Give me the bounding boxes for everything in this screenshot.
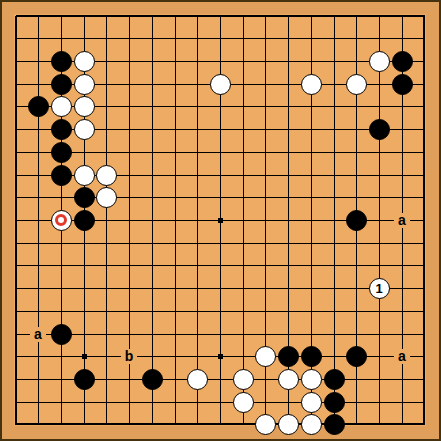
black-stone [392, 51, 413, 72]
board-letter-label: b [121, 349, 137, 364]
white-stone [346, 74, 367, 95]
white-stone [301, 369, 322, 390]
black-stone [142, 369, 163, 390]
board-margin [2, 2, 441, 14]
white-stone [187, 369, 208, 390]
black-stone [51, 142, 72, 163]
black-stone [278, 346, 299, 367]
grid-hline [16, 243, 425, 244]
black-stone [51, 165, 72, 186]
black-stone [74, 210, 95, 231]
white-stone [255, 346, 276, 367]
grid-vline [334, 16, 335, 425]
black-stone [51, 119, 72, 140]
white-stone [74, 51, 95, 72]
board-letter-label: a [394, 213, 410, 228]
star-point [218, 218, 223, 223]
black-stone [74, 187, 95, 208]
grid-hline [16, 334, 425, 335]
go-board: 1aaab [0, 0, 441, 441]
black-stone [74, 369, 95, 390]
white-stone [278, 414, 299, 435]
black-stone [392, 74, 413, 95]
black-stone [346, 346, 367, 367]
stone-number-label: 1 [369, 278, 390, 299]
white-stone [301, 392, 322, 413]
grid-vline [379, 16, 380, 425]
white-stone [74, 74, 95, 95]
grid-hline [16, 265, 425, 266]
white-stone [96, 165, 117, 186]
star-point [218, 354, 223, 359]
circle-marker [55, 214, 67, 226]
board-margin [426, 14, 441, 426]
black-stone [301, 346, 322, 367]
board-margin [2, 426, 441, 441]
white-stone [255, 414, 276, 435]
white-stone [96, 187, 117, 208]
board-letter-label: a [394, 349, 410, 364]
black-stone [369, 119, 390, 140]
board-margin [2, 14, 14, 426]
star-point [82, 354, 87, 359]
grid-vline [243, 16, 244, 425]
grid-hline [16, 311, 425, 312]
black-stone [51, 51, 72, 72]
black-stone [51, 74, 72, 95]
white-stone [51, 96, 72, 117]
black-stone [324, 414, 345, 435]
black-stone [28, 96, 49, 117]
board-letter-label: a [30, 327, 46, 342]
white-stone [278, 369, 299, 390]
grid-hline [16, 423, 425, 425]
grid-hline [16, 288, 425, 289]
white-stone [233, 369, 254, 390]
black-stone [324, 369, 345, 390]
white-stone [233, 392, 254, 413]
white-stone [74, 96, 95, 117]
white-stone [74, 119, 95, 140]
black-stone [324, 392, 345, 413]
white-stone [369, 51, 390, 72]
white-stone [210, 74, 231, 95]
white-stone [301, 414, 322, 435]
white-stone [301, 74, 322, 95]
grid-hline [16, 402, 425, 403]
black-stone [51, 324, 72, 345]
grid-vline [423, 16, 425, 425]
black-stone [346, 210, 367, 231]
white-stone [74, 165, 95, 186]
